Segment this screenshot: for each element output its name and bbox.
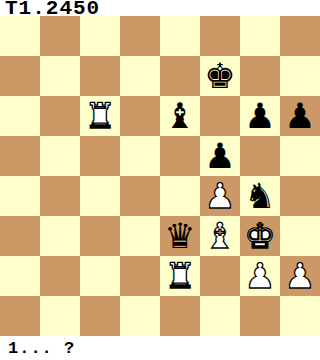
square-c2[interactable] <box>80 256 120 296</box>
move-prompt: 1... ? <box>0 340 320 358</box>
square-e2[interactable]: ♜ <box>160 256 200 296</box>
square-f4[interactable]: ♟ <box>200 176 240 216</box>
chess-board: ♚♜♝♟♟♟♟♞♛♝♚♜♟♟ <box>0 16 320 336</box>
piece-black-king: ♚ <box>204 56 235 96</box>
piece-black-knight: ♞ <box>244 176 275 216</box>
piece-black-pawn: ♟ <box>284 96 315 136</box>
square-d6[interactable] <box>120 96 160 136</box>
square-g1[interactable] <box>240 296 280 336</box>
square-h7[interactable] <box>280 56 320 96</box>
square-b5[interactable] <box>40 136 80 176</box>
square-h1[interactable] <box>280 296 320 336</box>
piece-black-bishop: ♝ <box>164 96 195 136</box>
square-f6[interactable] <box>200 96 240 136</box>
square-f8[interactable] <box>200 16 240 56</box>
square-a8[interactable] <box>0 16 40 56</box>
piece-white-bishop: ♝ <box>204 216 235 256</box>
square-d2[interactable] <box>120 256 160 296</box>
square-g5[interactable] <box>240 136 280 176</box>
square-b8[interactable] <box>40 16 80 56</box>
piece-black-queen: ♛ <box>164 216 195 256</box>
square-h2[interactable]: ♟ <box>280 256 320 296</box>
square-a2[interactable] <box>0 256 40 296</box>
square-h5[interactable] <box>280 136 320 176</box>
square-e5[interactable] <box>160 136 200 176</box>
square-a4[interactable] <box>0 176 40 216</box>
square-a6[interactable] <box>0 96 40 136</box>
piece-white-pawn: ♟ <box>284 256 315 296</box>
piece-black-pawn: ♟ <box>244 96 275 136</box>
square-b1[interactable] <box>40 296 80 336</box>
square-a3[interactable] <box>0 216 40 256</box>
square-g3[interactable]: ♚ <box>240 216 280 256</box>
square-e8[interactable] <box>160 16 200 56</box>
square-d1[interactable] <box>120 296 160 336</box>
square-d7[interactable] <box>120 56 160 96</box>
square-c6[interactable]: ♜ <box>80 96 120 136</box>
puzzle-title: T1.2450 <box>0 0 320 16</box>
chess-puzzle-page: T1.2450 ♚♜♝♟♟♟♟♞♛♝♚♜♟♟ 1... ? <box>0 0 320 360</box>
square-h6[interactable]: ♟ <box>280 96 320 136</box>
square-g7[interactable] <box>240 56 280 96</box>
square-e1[interactable] <box>160 296 200 336</box>
piece-white-rook: ♜ <box>164 256 195 296</box>
square-f3[interactable]: ♝ <box>200 216 240 256</box>
square-d5[interactable] <box>120 136 160 176</box>
square-h4[interactable] <box>280 176 320 216</box>
square-e4[interactable] <box>160 176 200 216</box>
piece-white-pawn: ♟ <box>244 256 275 296</box>
square-g8[interactable] <box>240 16 280 56</box>
square-e7[interactable] <box>160 56 200 96</box>
square-f5[interactable]: ♟ <box>200 136 240 176</box>
square-g6[interactable]: ♟ <box>240 96 280 136</box>
square-c1[interactable] <box>80 296 120 336</box>
square-b2[interactable] <box>40 256 80 296</box>
square-f7[interactable]: ♚ <box>200 56 240 96</box>
square-c5[interactable] <box>80 136 120 176</box>
square-h3[interactable] <box>280 216 320 256</box>
square-a7[interactable] <box>0 56 40 96</box>
square-d3[interactable] <box>120 216 160 256</box>
square-g2[interactable]: ♟ <box>240 256 280 296</box>
piece-black-pawn: ♟ <box>204 136 235 176</box>
square-b6[interactable] <box>40 96 80 136</box>
piece-white-king: ♚ <box>244 216 275 256</box>
square-a1[interactable] <box>0 296 40 336</box>
piece-white-pawn: ♟ <box>204 176 235 216</box>
square-e6[interactable]: ♝ <box>160 96 200 136</box>
square-c3[interactable] <box>80 216 120 256</box>
square-a5[interactable] <box>0 136 40 176</box>
piece-white-rook: ♜ <box>84 96 115 136</box>
square-f2[interactable] <box>200 256 240 296</box>
square-d8[interactable] <box>120 16 160 56</box>
square-g4[interactable]: ♞ <box>240 176 280 216</box>
square-b4[interactable] <box>40 176 80 216</box>
square-d4[interactable] <box>120 176 160 216</box>
square-c4[interactable] <box>80 176 120 216</box>
square-h8[interactable] <box>280 16 320 56</box>
square-f1[interactable] <box>200 296 240 336</box>
square-c7[interactable] <box>80 56 120 96</box>
square-e3[interactable]: ♛ <box>160 216 200 256</box>
square-c8[interactable] <box>80 16 120 56</box>
square-b7[interactable] <box>40 56 80 96</box>
square-b3[interactable] <box>40 216 80 256</box>
